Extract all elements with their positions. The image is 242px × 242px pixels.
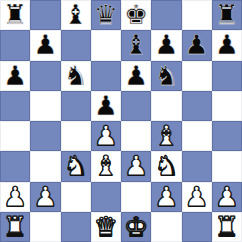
square-a7[interactable] [0, 30, 30, 60]
square-b1[interactable] [30, 212, 60, 242]
square-a5[interactable] [0, 91, 30, 121]
piece-white-rook[interactable]: ♜ [3, 212, 27, 242]
piece-white-pawn[interactable]: ♟ [124, 151, 148, 181]
square-h5[interactable] [212, 91, 242, 121]
piece-black-pawn[interactable]: ♟ [3, 61, 27, 91]
piece-black-knight[interactable]: ♞ [64, 61, 88, 91]
piece-white-rook[interactable]: ♜ [215, 212, 239, 242]
square-g5[interactable] [182, 91, 212, 121]
square-g3[interactable] [182, 151, 212, 181]
square-h6[interactable] [212, 61, 242, 91]
square-d2[interactable] [91, 182, 121, 212]
square-a6[interactable]: ♟ [0, 61, 30, 91]
square-b4[interactable] [30, 121, 60, 151]
square-e4[interactable] [121, 121, 151, 151]
square-e5[interactable] [121, 91, 151, 121]
piece-black-bishop[interactable]: ♝ [64, 0, 88, 30]
piece-white-king[interactable]: ♚ [124, 212, 148, 242]
square-d5[interactable]: ♟ [91, 91, 121, 121]
piece-white-bishop[interactable]: ♝ [154, 121, 178, 151]
square-d1[interactable]: ♛ [91, 212, 121, 242]
square-e6[interactable]: ♟ [121, 61, 151, 91]
square-f4[interactable]: ♝ [151, 121, 181, 151]
piece-white-bishop[interactable]: ♝ [94, 151, 118, 181]
square-f3[interactable]: ♞ [151, 151, 181, 181]
piece-black-bishop[interactable]: ♝ [124, 30, 148, 60]
piece-white-pawn[interactable]: ♟ [94, 121, 118, 151]
square-f2[interactable]: ♟ [151, 182, 181, 212]
square-g6[interactable] [182, 61, 212, 91]
square-e8[interactable]: ♚ [121, 0, 151, 30]
square-e2[interactable] [121, 182, 151, 212]
chess-board: ♜♝♛♚♜♟♝♟♟♟♟♞♟♞♟♟♝♞♝♟♞♟♟♟♟♟♜♛♚♜ [0, 0, 242, 242]
square-h2[interactable]: ♟ [212, 182, 242, 212]
square-f7[interactable]: ♟ [151, 30, 181, 60]
piece-white-knight[interactable]: ♞ [154, 151, 178, 181]
square-b2[interactable]: ♟ [30, 182, 60, 212]
square-c2[interactable] [61, 182, 91, 212]
piece-black-pawn[interactable]: ♟ [94, 91, 118, 121]
piece-black-pawn[interactable]: ♟ [154, 30, 178, 60]
piece-black-queen[interactable]: ♛ [94, 0, 118, 30]
square-a8[interactable]: ♜ [0, 0, 30, 30]
piece-black-king[interactable]: ♚ [124, 0, 148, 30]
square-c8[interactable]: ♝ [61, 0, 91, 30]
square-d4[interactable]: ♟ [91, 121, 121, 151]
square-a4[interactable] [0, 121, 30, 151]
square-f1[interactable] [151, 212, 181, 242]
square-h8[interactable]: ♜ [212, 0, 242, 30]
piece-white-pawn[interactable]: ♟ [154, 182, 178, 212]
piece-black-pawn[interactable]: ♟ [185, 30, 209, 60]
square-e1[interactable]: ♚ [121, 212, 151, 242]
square-c4[interactable] [61, 121, 91, 151]
square-b7[interactable]: ♟ [30, 30, 60, 60]
piece-black-rook[interactable]: ♜ [3, 0, 27, 30]
square-g8[interactable] [182, 0, 212, 30]
square-c1[interactable] [61, 212, 91, 242]
square-d8[interactable]: ♛ [91, 0, 121, 30]
piece-white-knight[interactable]: ♞ [64, 151, 88, 181]
square-c5[interactable] [61, 91, 91, 121]
square-d6[interactable] [91, 61, 121, 91]
piece-white-pawn[interactable]: ♟ [3, 182, 27, 212]
square-g7[interactable]: ♟ [182, 30, 212, 60]
square-h4[interactable] [212, 121, 242, 151]
piece-black-pawn[interactable]: ♟ [124, 61, 148, 91]
square-a2[interactable]: ♟ [0, 182, 30, 212]
piece-white-pawn[interactable]: ♟ [33, 182, 57, 212]
piece-black-knight[interactable]: ♞ [154, 61, 178, 91]
square-d7[interactable] [91, 30, 121, 60]
square-h3[interactable] [212, 151, 242, 181]
square-h1[interactable]: ♜ [212, 212, 242, 242]
square-b5[interactable] [30, 91, 60, 121]
square-b8[interactable] [30, 0, 60, 30]
square-f8[interactable] [151, 0, 181, 30]
square-f5[interactable] [151, 91, 181, 121]
square-c6[interactable]: ♞ [61, 61, 91, 91]
square-c3[interactable]: ♞ [61, 151, 91, 181]
square-g4[interactable] [182, 121, 212, 151]
square-g2[interactable]: ♟ [182, 182, 212, 212]
piece-white-pawn[interactable]: ♟ [185, 182, 209, 212]
square-f6[interactable]: ♞ [151, 61, 181, 91]
piece-white-queen[interactable]: ♛ [94, 212, 118, 242]
square-g1[interactable] [182, 212, 212, 242]
square-b3[interactable] [30, 151, 60, 181]
piece-black-rook[interactable]: ♜ [215, 0, 239, 30]
square-d3[interactable]: ♝ [91, 151, 121, 181]
square-e7[interactable]: ♝ [121, 30, 151, 60]
piece-black-pawn[interactable]: ♟ [33, 30, 57, 60]
square-h7[interactable]: ♟ [212, 30, 242, 60]
square-a3[interactable] [0, 151, 30, 181]
square-c7[interactable] [61, 30, 91, 60]
square-e3[interactable]: ♟ [121, 151, 151, 181]
piece-white-pawn[interactable]: ♟ [215, 182, 239, 212]
square-b6[interactable] [30, 61, 60, 91]
square-a1[interactable]: ♜ [0, 212, 30, 242]
piece-black-pawn[interactable]: ♟ [215, 30, 239, 60]
